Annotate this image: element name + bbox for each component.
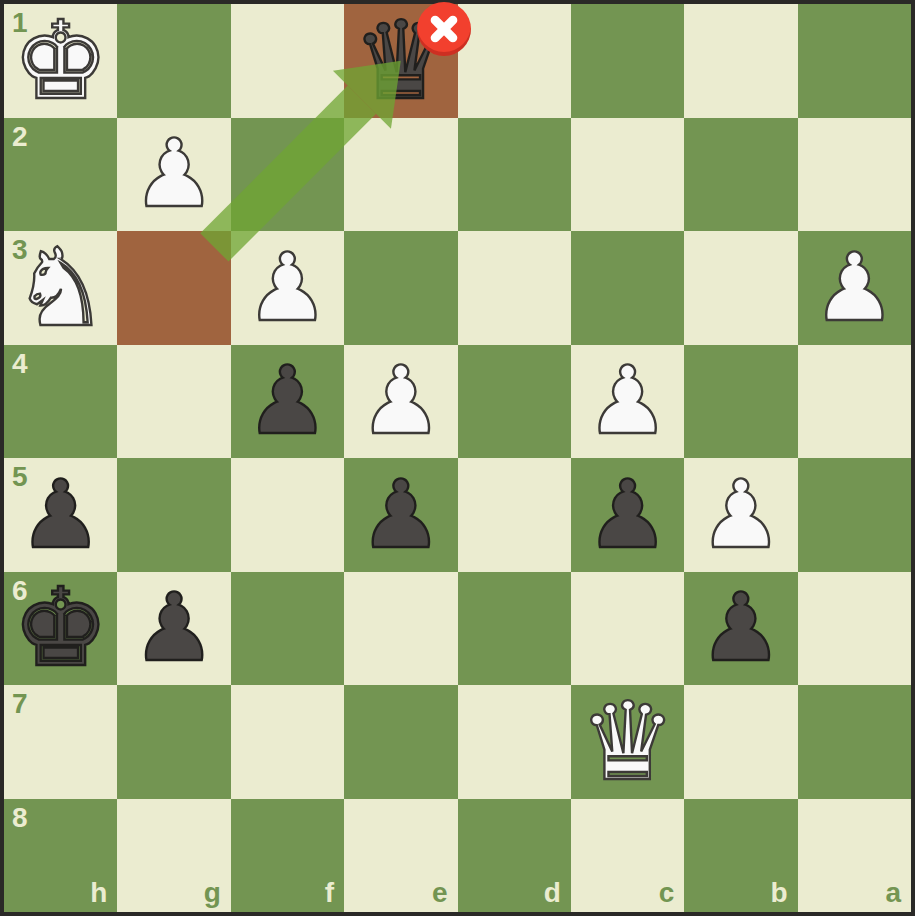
piece-black-pawn[interactable]: ♟ <box>19 468 103 562</box>
piece-black-king[interactable]: ♚ <box>12 574 109 682</box>
piece-white-pawn[interactable]: ♟ <box>359 354 443 448</box>
square-b7[interactable] <box>684 685 797 799</box>
chess-board: 1♚♛2♟3♞♟♟4♟♟♟5♟♟♟♟6♚♟♟7♛8hgfedcba <box>4 4 911 912</box>
square-c4[interactable]: ♟ <box>571 345 684 459</box>
square-a2[interactable] <box>798 118 911 232</box>
piece-white-knight[interactable]: ♞ <box>12 234 109 342</box>
square-a4[interactable] <box>798 345 911 459</box>
square-d7[interactable] <box>458 685 571 799</box>
square-c8[interactable]: c <box>571 799 684 913</box>
square-b4[interactable] <box>684 345 797 459</box>
piece-white-pawn[interactable]: ♟ <box>812 241 896 335</box>
file-label-c: c <box>659 879 675 907</box>
square-h3[interactable]: 3♞ <box>4 231 117 345</box>
square-d3[interactable] <box>458 231 571 345</box>
square-f3[interactable]: ♟ <box>231 231 344 345</box>
square-h6[interactable]: 6♚ <box>4 572 117 686</box>
square-b3[interactable] <box>684 231 797 345</box>
piece-white-pawn[interactable]: ♟ <box>132 127 216 221</box>
square-f7[interactable] <box>231 685 344 799</box>
incorrect-move-icon <box>417 2 471 56</box>
square-e5[interactable]: ♟ <box>344 458 457 572</box>
square-e2[interactable] <box>344 118 457 232</box>
square-f8[interactable]: f <box>231 799 344 913</box>
square-g2[interactable]: ♟ <box>117 118 230 232</box>
square-d4[interactable] <box>458 345 571 459</box>
square-h2[interactable]: 2 <box>4 118 117 232</box>
piece-black-pawn[interactable]: ♟ <box>359 468 443 562</box>
rank-label-8: 8 <box>12 804 28 832</box>
square-f1[interactable] <box>231 4 344 118</box>
square-e7[interactable] <box>344 685 457 799</box>
piece-black-pawn[interactable]: ♟ <box>585 468 669 562</box>
file-label-b: b <box>771 879 788 907</box>
square-h1[interactable]: 1♚ <box>4 4 117 118</box>
square-a7[interactable] <box>798 685 911 799</box>
square-f2[interactable] <box>231 118 344 232</box>
file-label-g: g <box>204 879 221 907</box>
square-h8[interactable]: 8h <box>4 799 117 913</box>
square-f4[interactable]: ♟ <box>231 345 344 459</box>
square-d1[interactable] <box>458 4 571 118</box>
file-label-e: e <box>432 879 448 907</box>
square-e6[interactable] <box>344 572 457 686</box>
square-g5[interactable] <box>117 458 230 572</box>
square-c1[interactable] <box>571 4 684 118</box>
square-b5[interactable]: ♟ <box>684 458 797 572</box>
square-b6[interactable]: ♟ <box>684 572 797 686</box>
piece-white-pawn[interactable]: ♟ <box>699 468 783 562</box>
square-a8[interactable]: a <box>798 799 911 913</box>
square-b1[interactable] <box>684 4 797 118</box>
square-c2[interactable] <box>571 118 684 232</box>
square-g8[interactable]: g <box>117 799 230 913</box>
piece-black-pawn[interactable]: ♟ <box>132 581 216 675</box>
square-g6[interactable]: ♟ <box>117 572 230 686</box>
piece-white-queen[interactable]: ♛ <box>579 688 676 796</box>
square-a3[interactable]: ♟ <box>798 231 911 345</box>
square-d6[interactable] <box>458 572 571 686</box>
square-g1[interactable] <box>117 4 230 118</box>
square-b2[interactable] <box>684 118 797 232</box>
rank-label-7: 7 <box>12 690 28 718</box>
square-e3[interactable] <box>344 231 457 345</box>
square-e8[interactable]: e <box>344 799 457 913</box>
chess-board-stage: 1♚♛2♟3♞♟♟4♟♟♟5♟♟♟♟6♚♟♟7♛8hgfedcba <box>0 0 915 916</box>
square-c3[interactable] <box>571 231 684 345</box>
square-g4[interactable] <box>117 345 230 459</box>
square-f6[interactable] <box>231 572 344 686</box>
piece-white-king[interactable]: ♚ <box>12 7 109 115</box>
file-label-h: h <box>90 879 107 907</box>
square-h4[interactable]: 4 <box>4 345 117 459</box>
square-a6[interactable] <box>798 572 911 686</box>
square-e4[interactable]: ♟ <box>344 345 457 459</box>
square-g3[interactable] <box>117 231 230 345</box>
board-wrap: 1♚♛2♟3♞♟♟4♟♟♟5♟♟♟♟6♚♟♟7♛8hgfedcba <box>4 4 911 912</box>
piece-black-pawn[interactable]: ♟ <box>699 581 783 675</box>
square-c5[interactable]: ♟ <box>571 458 684 572</box>
square-d2[interactable] <box>458 118 571 232</box>
square-d5[interactable] <box>458 458 571 572</box>
square-g7[interactable] <box>117 685 230 799</box>
rank-label-2: 2 <box>12 123 28 151</box>
file-label-a: a <box>885 879 901 907</box>
square-d8[interactable]: d <box>458 799 571 913</box>
square-h5[interactable]: 5♟ <box>4 458 117 572</box>
file-label-d: d <box>544 879 561 907</box>
square-h7[interactable]: 7 <box>4 685 117 799</box>
square-c7[interactable]: ♛ <box>571 685 684 799</box>
square-c6[interactable] <box>571 572 684 686</box>
square-a1[interactable] <box>798 4 911 118</box>
square-a5[interactable] <box>798 458 911 572</box>
square-b8[interactable]: b <box>684 799 797 913</box>
file-label-f: f <box>325 879 334 907</box>
piece-black-pawn[interactable]: ♟ <box>245 354 329 448</box>
piece-white-pawn[interactable]: ♟ <box>585 354 669 448</box>
piece-white-pawn[interactable]: ♟ <box>245 241 329 335</box>
square-f5[interactable] <box>231 458 344 572</box>
rank-label-4: 4 <box>12 350 28 378</box>
